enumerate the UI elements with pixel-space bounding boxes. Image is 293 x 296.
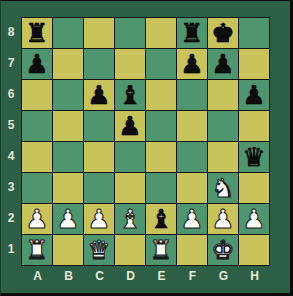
square-b6[interactable] [53, 80, 83, 110]
square-d1[interactable] [115, 235, 145, 265]
black-pawn[interactable]: ♟ [180, 49, 203, 79]
black-queen[interactable]: ♛ [242, 142, 265, 172]
square-g3[interactable]: ♞ [208, 173, 238, 203]
square-f8[interactable]: ♜ [177, 18, 207, 48]
white-bishop[interactable]: ♝ [118, 204, 141, 234]
white-king[interactable]: ♚ [211, 235, 234, 265]
white-pawn[interactable]: ♟ [56, 204, 79, 234]
black-pawn[interactable]: ♟ [242, 80, 265, 110]
square-d8[interactable] [115, 18, 145, 48]
square-e7[interactable] [146, 49, 176, 79]
square-g4[interactable] [208, 142, 238, 172]
square-h2[interactable]: ♟ [239, 204, 269, 234]
square-g1[interactable]: ♚ [208, 235, 238, 265]
rank-label-8: 8 [1, 17, 21, 48]
square-b4[interactable] [53, 142, 83, 172]
white-rook[interactable]: ♜ [25, 235, 48, 265]
square-a2[interactable]: ♟ [22, 204, 52, 234]
black-bishop[interactable]: ♝ [149, 204, 172, 234]
square-a6[interactable] [22, 80, 52, 110]
white-pawn[interactable]: ♟ [87, 204, 110, 234]
square-e8[interactable] [146, 18, 176, 48]
file-label-d: D [115, 267, 146, 285]
square-c8[interactable] [84, 18, 114, 48]
square-e3[interactable] [146, 173, 176, 203]
square-b8[interactable] [53, 18, 83, 48]
white-rook[interactable]: ♜ [149, 235, 172, 265]
white-knight[interactable]: ♞ [211, 173, 234, 203]
white-pawn[interactable]: ♟ [180, 204, 203, 234]
square-h8[interactable] [239, 18, 269, 48]
square-h4[interactable]: ♛ [239, 142, 269, 172]
file-label-c: C [84, 267, 115, 285]
square-c1[interactable]: ♛ [84, 235, 114, 265]
square-f4[interactable] [177, 142, 207, 172]
black-pawn[interactable]: ♟ [118, 111, 141, 141]
black-rook[interactable]: ♜ [25, 18, 48, 48]
square-e2[interactable]: ♝ [146, 204, 176, 234]
square-d5[interactable]: ♟ [115, 111, 145, 141]
file-label-h: H [239, 267, 270, 285]
square-e6[interactable] [146, 80, 176, 110]
square-h5[interactable] [239, 111, 269, 141]
white-pawn[interactable]: ♟ [242, 204, 265, 234]
square-a3[interactable] [22, 173, 52, 203]
square-f2[interactable]: ♟ [177, 204, 207, 234]
square-f5[interactable] [177, 111, 207, 141]
rank-label-3: 3 [1, 172, 21, 203]
square-f3[interactable] [177, 173, 207, 203]
file-label-b: B [53, 267, 84, 285]
rank-label-2: 2 [1, 203, 21, 234]
square-f6[interactable] [177, 80, 207, 110]
square-a4[interactable] [22, 142, 52, 172]
black-king[interactable]: ♚ [211, 18, 234, 48]
square-d6[interactable]: ♝ [115, 80, 145, 110]
square-d2[interactable]: ♝ [115, 204, 145, 234]
square-a8[interactable]: ♜ [22, 18, 52, 48]
square-c7[interactable] [84, 49, 114, 79]
square-d7[interactable] [115, 49, 145, 79]
square-c2[interactable]: ♟ [84, 204, 114, 234]
square-a7[interactable]: ♟ [22, 49, 52, 79]
rank-label-5: 5 [1, 110, 21, 141]
black-pawn[interactable]: ♟ [25, 49, 48, 79]
rank-label-6: 6 [1, 79, 21, 110]
black-bishop[interactable]: ♝ [118, 80, 141, 110]
file-label-g: G [208, 267, 239, 285]
square-d4[interactable] [115, 142, 145, 172]
rank-label-4: 4 [1, 141, 21, 172]
square-b2[interactable]: ♟ [53, 204, 83, 234]
square-h7[interactable] [239, 49, 269, 79]
square-g6[interactable] [208, 80, 238, 110]
rank-label-7: 7 [1, 48, 21, 79]
chess-board[interactable]: ♜♜♚♟♟♟♟♝♟♟♛♞♟♟♟♝♝♟♟♟♜♛♜♚ [21, 17, 270, 266]
square-g7[interactable]: ♟ [208, 49, 238, 79]
square-e5[interactable] [146, 111, 176, 141]
square-h6[interactable]: ♟ [239, 80, 269, 110]
file-label-a: A [22, 267, 53, 285]
square-a5[interactable] [22, 111, 52, 141]
white-queen[interactable]: ♛ [87, 235, 110, 265]
rank-labels: 87654321 [1, 17, 21, 265]
square-c5[interactable] [84, 111, 114, 141]
square-d3[interactable] [115, 173, 145, 203]
black-rook[interactable]: ♜ [180, 18, 203, 48]
rank-label-1: 1 [1, 234, 21, 265]
white-pawn[interactable]: ♟ [25, 204, 48, 234]
chess-diagram: 87654321 ♜♜♚♟♟♟♟♝♟♟♛♞♟♟♟♝♝♟♟♟♜♛♜♚ ABCDEF… [0, 0, 293, 296]
square-e1[interactable]: ♜ [146, 235, 176, 265]
square-c3[interactable] [84, 173, 114, 203]
square-f7[interactable]: ♟ [177, 49, 207, 79]
square-b7[interactable] [53, 49, 83, 79]
square-c4[interactable] [84, 142, 114, 172]
square-g5[interactable] [208, 111, 238, 141]
square-g2[interactable]: ♟ [208, 204, 238, 234]
square-e4[interactable] [146, 142, 176, 172]
square-c6[interactable]: ♟ [84, 80, 114, 110]
square-b1[interactable] [53, 235, 83, 265]
square-h1[interactable] [239, 235, 269, 265]
file-label-f: F [177, 267, 208, 285]
file-label-e: E [146, 267, 177, 285]
square-b3[interactable] [53, 173, 83, 203]
white-pawn[interactable]: ♟ [211, 204, 234, 234]
square-b5[interactable] [53, 111, 83, 141]
square-a1[interactable]: ♜ [22, 235, 52, 265]
square-h3[interactable] [239, 173, 269, 203]
square-f1[interactable] [177, 235, 207, 265]
black-pawn[interactable]: ♟ [87, 80, 110, 110]
file-labels: ABCDEFGH [22, 267, 270, 285]
black-pawn[interactable]: ♟ [211, 49, 234, 79]
square-g8[interactable]: ♚ [208, 18, 238, 48]
